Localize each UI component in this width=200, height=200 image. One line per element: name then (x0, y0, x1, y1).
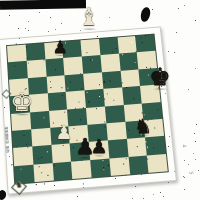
board-speck-dot (159, 74, 160, 75)
speck-dot (176, 32, 177, 33)
square-a3[interactable] (12, 129, 32, 148)
board-speck-dot (145, 35, 146, 36)
square-b6[interactable] (28, 76, 48, 94)
square-b3[interactable] (31, 128, 51, 147)
speck-dot (174, 52, 175, 53)
square-d1[interactable] (71, 160, 91, 179)
square-g6[interactable] (120, 69, 140, 87)
board-speck-dot (81, 89, 82, 90)
speck-dot (184, 5, 185, 6)
board-speck-dot (132, 42, 133, 43)
speck-dot (195, 68, 196, 69)
square-b1[interactable] (33, 163, 53, 182)
speck-dot (153, 194, 154, 195)
board-speck-dot (96, 108, 97, 109)
board-speck-dot (80, 73, 81, 74)
board-speck-dot (133, 98, 134, 99)
board-speck-dot (50, 81, 51, 82)
board-speck-dot (39, 186, 40, 187)
board-speck-dot (70, 82, 71, 83)
board-speck-dot (41, 172, 42, 173)
speck-dot (28, 21, 29, 22)
speck-dot (9, 15, 10, 16)
speck-dot (195, 141, 196, 142)
board-speck-dot (15, 151, 16, 152)
board-speck-dot (105, 126, 106, 127)
board-speck-dot (83, 183, 84, 184)
board-speck-dot (47, 175, 48, 176)
board-speck-dot (14, 66, 15, 67)
speck-dot (163, 196, 164, 197)
board-speck-dot (132, 114, 133, 115)
square-f4[interactable] (105, 105, 125, 124)
board-speck-dot (102, 160, 103, 161)
board-speck-dot (28, 63, 29, 64)
board-speck-dot (54, 165, 55, 166)
speck-dot (50, 17, 51, 18)
square-c1[interactable] (52, 161, 72, 180)
board-speck-dot (103, 167, 104, 168)
square-f8[interactable] (99, 37, 119, 55)
square-f5[interactable] (103, 88, 123, 107)
speck-dot (25, 28, 26, 29)
board-speck-dot (43, 117, 44, 118)
board-speck-dot (154, 127, 155, 128)
board-speck-dot (99, 96, 100, 97)
board-speck-dot (135, 62, 136, 63)
board-speck-dot (27, 58, 28, 59)
square-c6[interactable] (46, 75, 66, 93)
board-speck-dot (63, 48, 64, 49)
board-speck-dot (50, 87, 51, 88)
board-speck-dot (61, 125, 62, 126)
board-speck-dot (16, 147, 17, 148)
board-speck-dot (122, 82, 123, 83)
square-e2[interactable] (89, 141, 109, 160)
square-a8[interactable] (7, 45, 26, 63)
board-speck-dot (104, 56, 105, 57)
board-speck-dot (75, 160, 76, 161)
speck-dot (80, 2, 81, 3)
board-speck-dot (62, 95, 63, 96)
board-speck-dot (136, 51, 137, 52)
board-speck-dot (91, 54, 92, 55)
board-speck-dot (108, 66, 109, 67)
speck-dot (188, 89, 189, 90)
speck-dot (193, 153, 194, 154)
speck-dot (196, 124, 197, 125)
square-b8[interactable] (25, 43, 45, 61)
board-speck-dot (53, 181, 54, 182)
board-speck-dot (158, 87, 159, 88)
speck-dot (195, 159, 196, 160)
board-speck-dot (78, 102, 79, 103)
board-speck-dot (43, 59, 44, 60)
board-speck-dot (148, 74, 149, 75)
board-speck-dot (55, 69, 56, 70)
speck-dot (143, 198, 144, 199)
board-speck-dot (90, 60, 91, 61)
board-speck-dot (142, 42, 143, 43)
board-speck-dot (73, 128, 74, 129)
square-f2[interactable] (108, 139, 128, 158)
board-speck-dot (80, 119, 81, 120)
board-speck-dot (125, 175, 126, 176)
square-c8[interactable] (44, 42, 64, 60)
board-speck-dot (103, 169, 104, 170)
board-speck-dot (126, 51, 127, 52)
board-speck-dot (36, 108, 37, 109)
board-speck-dot (153, 148, 154, 149)
board-speck-dot (23, 52, 24, 53)
board-speck-dot (41, 169, 42, 170)
board-speck-dot (123, 164, 124, 165)
speck-dot (184, 160, 185, 161)
square-h2[interactable] (145, 136, 166, 155)
board-speck-dot (39, 166, 40, 167)
board-speck-dot (159, 77, 160, 78)
board-speck-dot (108, 165, 109, 166)
square-h4[interactable] (142, 102, 162, 121)
board-speck-dot (68, 110, 69, 111)
board-speck-dot (122, 54, 123, 55)
speck-dot (183, 176, 184, 177)
speck-dot (8, 7, 9, 8)
square-d2[interactable] (70, 142, 90, 161)
speck-dot (80, 30, 81, 31)
square-h6[interactable] (139, 68, 159, 86)
speck-dot (152, 9, 153, 10)
board-speck-dot (141, 132, 142, 133)
board-speck-dot (48, 168, 49, 169)
board-speck-dot (76, 140, 77, 141)
board-speck-dot (133, 138, 134, 139)
speck-dot (198, 170, 199, 171)
board-speck-dot (11, 164, 12, 165)
board-speck-dot (99, 84, 100, 85)
speck-dot (48, 31, 49, 32)
board-speck-dot (157, 109, 158, 110)
white-bishop-offboard[interactable]: ♝ (78, 5, 100, 29)
board-speck-dot (12, 59, 13, 60)
board-speck-dot (67, 88, 68, 89)
board-speck-dot (51, 47, 52, 48)
speck-dot (168, 51, 169, 52)
board-speck-dot (26, 46, 27, 47)
board-speck-dot (84, 98, 85, 99)
board-speck-dot (128, 130, 129, 131)
board-speck-dot (105, 111, 106, 112)
square-g8[interactable] (117, 36, 137, 54)
border-label-4: 4 (181, 144, 187, 148)
board-speck-dot (97, 147, 98, 148)
square-g5[interactable] (122, 86, 142, 104)
photo-scene: US CHESS ♞ ♝♟♚♚♟♞♟♟45 (0, 0, 200, 200)
board-speck-dot (144, 64, 145, 65)
board-speck-dot (88, 102, 89, 103)
speck-dot (132, 198, 133, 199)
board-speck-dot (64, 112, 65, 113)
board-speck-dot (142, 112, 143, 113)
board-speck-dot (116, 48, 117, 49)
speck-dot (61, 23, 62, 24)
us-chess-knight-diamond-logo: ♞ (11, 179, 27, 196)
board-speck-dot (147, 147, 148, 148)
square-a2[interactable] (13, 147, 33, 166)
square-b4[interactable] (30, 110, 50, 129)
square-e6[interactable] (83, 72, 103, 90)
square-a4[interactable] (11, 112, 31, 131)
board-speck-dot (137, 146, 138, 147)
board-speck-dot (135, 36, 136, 37)
board-speck-dot (123, 170, 124, 171)
square-f6[interactable] (102, 71, 122, 89)
speck-dot (28, 30, 29, 31)
board-speck-dot (69, 146, 70, 147)
board-speck-dot (151, 119, 152, 120)
speck-dot (77, 196, 78, 197)
board-speck-dot (104, 82, 105, 83)
speck-dot (39, 12, 40, 13)
board-speck-dot (97, 36, 98, 37)
board-speck-dot (104, 81, 105, 82)
board-speck-dot (80, 138, 81, 139)
speck-dot (54, 3, 55, 4)
board-speck-dot (19, 122, 20, 123)
speck-dot (18, 28, 19, 29)
speck-dot (184, 189, 185, 190)
board-speck-dot (23, 135, 24, 136)
dark-background-blob (139, 6, 151, 23)
square-h1[interactable] (147, 154, 168, 173)
speck-dot (55, 29, 56, 30)
board-speck-dot (26, 88, 27, 89)
board-speck-dot (36, 184, 37, 185)
board-speck-dot (71, 180, 72, 181)
board-speck-dot (83, 107, 84, 108)
speck-dot (194, 133, 195, 134)
board-speck-dot (107, 93, 108, 94)
board-speck-dot (21, 111, 22, 112)
knight-logo-icon: ♞ (11, 180, 27, 191)
board-speck-dot (88, 101, 89, 102)
speck-dot (109, 17, 110, 18)
square-a7[interactable] (8, 61, 28, 79)
board-speck-dot (61, 87, 62, 88)
board-speck-dot (124, 123, 125, 124)
board-speck-dot (45, 111, 46, 112)
board-speck-dot (75, 108, 76, 109)
board-speck-dot (112, 181, 113, 182)
board-speck-dot (85, 146, 86, 147)
board-speck-dot (60, 48, 61, 49)
board-speck-dot (150, 67, 151, 68)
speck-dot (135, 186, 136, 187)
board-speck-dot (26, 144, 27, 145)
board-speck-dot (148, 102, 149, 103)
dark-background-strip (0, 0, 86, 10)
board-speck-dot (144, 114, 145, 115)
board-speck-dot (41, 157, 42, 158)
speck-dot (86, 24, 87, 25)
speck-dot (168, 182, 169, 183)
square-g1[interactable] (128, 155, 149, 174)
board-speck-dot (110, 80, 111, 81)
square-e1[interactable] (90, 158, 110, 177)
board-speck-dot (38, 158, 39, 159)
board-speck-dot (68, 70, 69, 71)
board-speck-dot (119, 70, 120, 71)
speck-dot (195, 20, 196, 21)
square-b7[interactable] (27, 60, 47, 78)
board-speck-dot (113, 100, 114, 101)
board-speck-dot (112, 51, 113, 52)
board-speck-dot (104, 99, 105, 100)
board-speck-dot (62, 152, 63, 153)
board-speck-dot (126, 41, 127, 42)
board-speck-dot (86, 52, 87, 53)
board-speck-dot (25, 89, 26, 90)
square-c7[interactable] (45, 58, 65, 76)
speck-dot (184, 177, 185, 178)
square-b2[interactable] (32, 145, 52, 164)
speck-dot (188, 164, 189, 165)
board-speck-dot (126, 158, 127, 159)
board-speck-dot (146, 67, 147, 68)
board-speck-dot (81, 160, 82, 161)
board-speck-dot (45, 171, 46, 172)
board-speck-dot (63, 145, 64, 146)
square-e7[interactable] (82, 55, 102, 73)
board-speck-dot (27, 147, 28, 148)
playing-area (6, 34, 169, 185)
board-speck-dot (73, 147, 74, 148)
square-h8[interactable] (135, 35, 155, 53)
speck-dot (89, 23, 90, 24)
board-speck-dot (20, 169, 21, 170)
square-a5[interactable] (10, 95, 30, 114)
board-speck-dot (104, 121, 105, 122)
board-speck-dot (140, 37, 141, 38)
board-speck-dot (16, 43, 17, 44)
board-speck-dot (147, 120, 148, 121)
square-g4[interactable] (123, 103, 143, 122)
board-speck-dot (47, 151, 48, 152)
board-speck-dot (65, 42, 66, 43)
square-c5[interactable] (47, 92, 67, 111)
board-speck-dot (97, 53, 98, 54)
dark-background-blob (0, 189, 7, 200)
square-f1[interactable] (109, 157, 130, 176)
square-c4[interactable] (49, 109, 69, 128)
speck-dot (87, 10, 88, 11)
square-b5[interactable] (29, 93, 49, 112)
square-f3[interactable] (106, 122, 126, 141)
speck-dot (160, 192, 161, 193)
board-speck-dot (141, 135, 142, 136)
square-c3[interactable] (50, 126, 70, 145)
board-speck-dot (126, 87, 127, 88)
speck-dot (178, 8, 179, 9)
border-label-5: 5 (188, 171, 194, 175)
chess-board: US CHESS ♞ (0, 26, 177, 194)
board-speck-dot (44, 183, 45, 184)
square-d4[interactable] (67, 108, 87, 127)
board-speck-dot (87, 92, 88, 93)
board-speck-dot (145, 141, 146, 142)
square-f7[interactable] (100, 54, 120, 72)
square-d3[interactable] (69, 125, 89, 144)
board-speck-dot (92, 59, 93, 60)
board-speck-dot (147, 158, 148, 159)
board-speck-dot (53, 123, 54, 124)
